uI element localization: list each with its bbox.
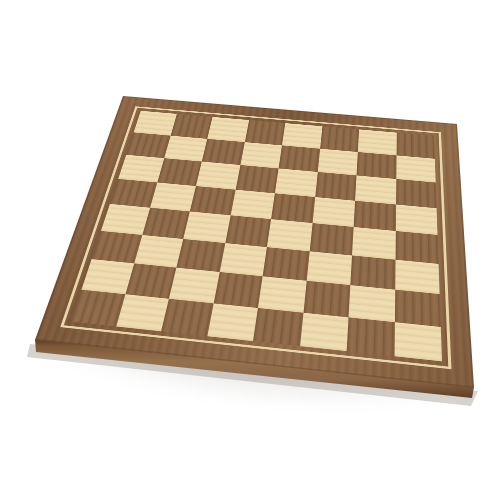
square-f3[interactable] [306, 251, 352, 285]
square-g5[interactable] [354, 200, 396, 230]
square-h2[interactable] [394, 290, 440, 327]
square-h4[interactable] [395, 231, 438, 264]
square-f5[interactable] [312, 197, 355, 227]
square-b8[interactable] [170, 114, 212, 139]
square-f7[interactable] [317, 148, 357, 175]
square-c8[interactable] [207, 117, 248, 142]
square-h3[interactable] [395, 259, 440, 294]
square-e6[interactable] [275, 168, 317, 196]
square-c2[interactable] [169, 268, 219, 303]
square-g2[interactable] [349, 285, 395, 322]
square-f2[interactable] [303, 281, 350, 317]
square-h1[interactable] [394, 322, 442, 362]
square-h7[interactable] [396, 155, 436, 182]
square-d5[interactable] [230, 189, 275, 219]
square-e4[interactable] [267, 219, 312, 251]
square-b2[interactable] [125, 263, 176, 298]
square-g8[interactable] [358, 129, 397, 155]
square-f8[interactable] [320, 126, 359, 152]
square-c1[interactable] [161, 298, 213, 336]
square-c5[interactable] [190, 186, 235, 216]
square-h6[interactable] [396, 179, 437, 208]
square-b3[interactable] [134, 235, 184, 268]
square-e5[interactable] [271, 193, 315, 223]
square-h8[interactable] [396, 133, 435, 159]
square-c6[interactable] [196, 162, 240, 190]
square-d7[interactable] [240, 142, 282, 169]
square-c7[interactable] [202, 139, 245, 165]
square-f6[interactable] [315, 172, 357, 201]
square-c3[interactable] [176, 239, 225, 272]
square-d1[interactable] [207, 303, 258, 341]
square-f4[interactable] [309, 223, 353, 255]
square-e8[interactable] [282, 123, 322, 148]
square-b5[interactable] [150, 182, 196, 211]
square-b6[interactable] [157, 158, 202, 186]
square-e2[interactable] [258, 276, 306, 312]
square-g3[interactable] [350, 255, 395, 289]
square-c4[interactable] [183, 211, 230, 242]
square-d6[interactable] [235, 165, 278, 193]
square-g6[interactable] [355, 175, 396, 204]
square-d2[interactable] [213, 272, 262, 308]
square-e3[interactable] [263, 247, 310, 281]
square-a8[interactable] [134, 111, 177, 136]
square-d4[interactable] [225, 215, 271, 247]
square-b7[interactable] [164, 135, 207, 161]
square-e1[interactable] [253, 308, 303, 346]
square-g4[interactable] [352, 227, 395, 259]
square-d8[interactable] [245, 120, 286, 145]
square-d3[interactable] [219, 243, 267, 277]
chessboard [35, 96, 474, 388]
square-b4[interactable] [142, 208, 190, 239]
square-b1[interactable] [116, 294, 169, 331]
square-f1[interactable] [300, 312, 349, 351]
square-e7[interactable] [279, 145, 320, 172]
square-g1[interactable] [347, 317, 395, 356]
square-g7[interactable] [357, 152, 397, 179]
square-h5[interactable] [395, 204, 437, 235]
product-photo [0, 0, 500, 500]
